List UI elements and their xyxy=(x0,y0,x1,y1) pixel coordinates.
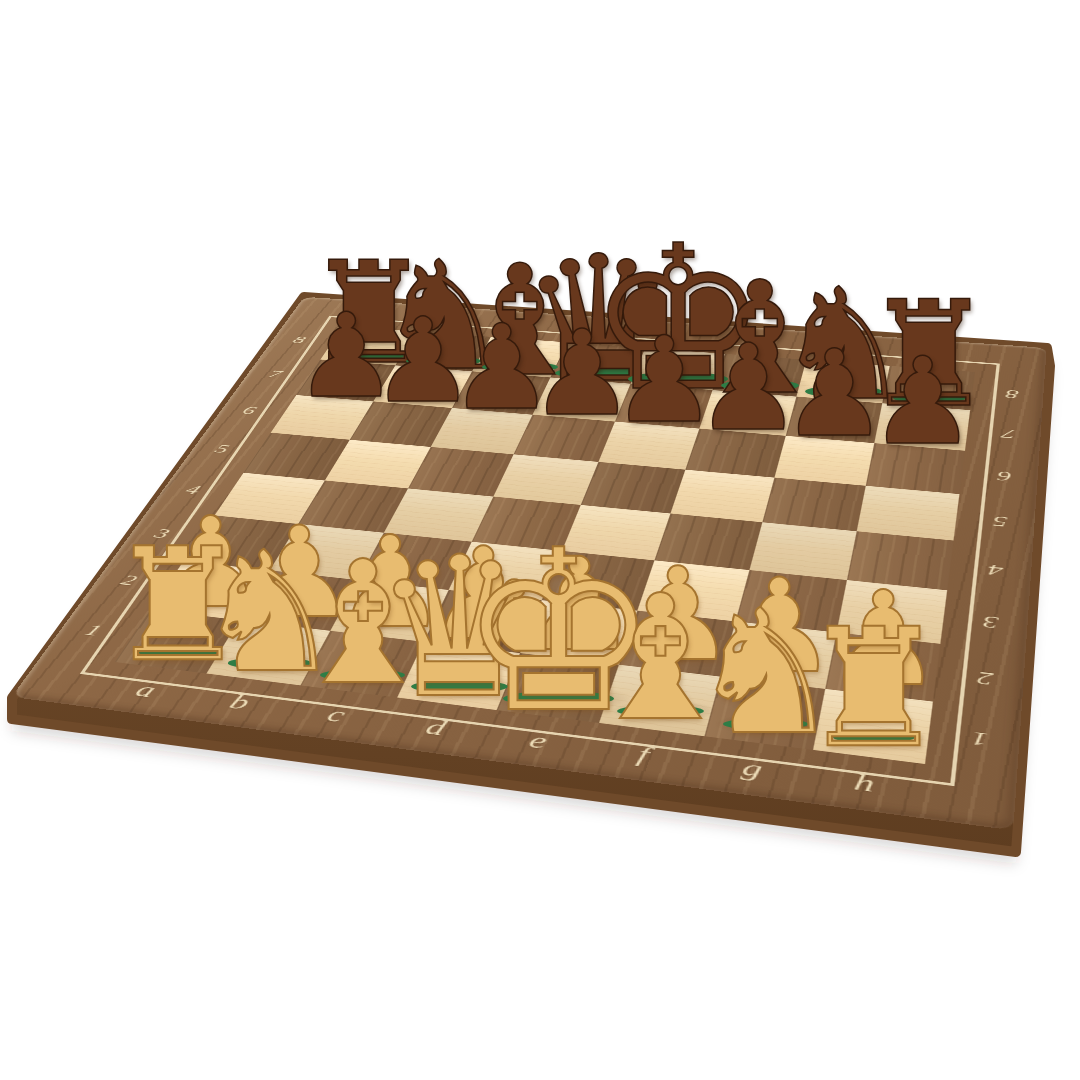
black-pawn-icon: ♟ xyxy=(863,341,983,461)
chess-set-photo: { "game": "chess", "scene": "Wooden Stau… xyxy=(0,0,1080,1080)
white-rook-icon: ♜ xyxy=(792,607,955,770)
piece-white-rook-h1[interactable]: ♜ xyxy=(792,607,955,770)
pieces-layer: ♜♞♝♛♚♝♞♜♟♟♟♟♟♟♟♟♟♟♟♟♟♟♟♟♜♞♝♛♚♝♞♜ xyxy=(0,0,1080,1080)
piece-black-pawn-h7[interactable]: ♟ xyxy=(863,341,983,461)
